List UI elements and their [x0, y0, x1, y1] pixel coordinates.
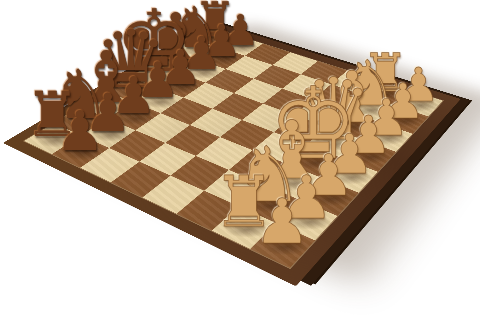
chess-piece-light-pawn: ♟: [254, 191, 310, 253]
chess-piece-dark-pawn: ♟: [56, 103, 105, 158]
photo-stage: ♜♟♞♟♝♟♚♟♛♜♟♟♝♞♟♟♞♝♟♟♜♛♟♟♚♟♝♟♞♟♜♟: [0, 0, 480, 320]
